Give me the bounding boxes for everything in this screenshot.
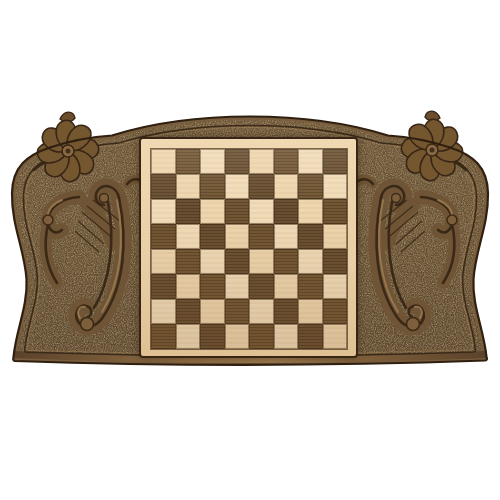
right-rosette-carving	[401, 111, 462, 181]
square-g1[interactable]	[298, 324, 323, 349]
square-b6[interactable]	[176, 199, 201, 224]
left-rosette-carving	[37, 112, 98, 182]
square-a2[interactable]	[151, 299, 176, 324]
square-e7[interactable]	[249, 174, 274, 199]
square-a7[interactable]	[151, 174, 176, 199]
square-g4[interactable]	[298, 249, 323, 274]
square-h2[interactable]	[323, 299, 348, 324]
square-b8[interactable]	[176, 149, 201, 174]
square-f7[interactable]	[274, 174, 299, 199]
square-e3[interactable]	[249, 274, 274, 299]
square-c2[interactable]	[200, 299, 225, 324]
square-c7[interactable]	[200, 174, 225, 199]
square-c8[interactable]	[200, 149, 225, 174]
square-d1[interactable]	[225, 324, 250, 349]
square-h1[interactable]	[323, 324, 348, 349]
square-a5[interactable]	[151, 224, 176, 249]
square-d5[interactable]	[225, 224, 250, 249]
square-e5[interactable]	[249, 224, 274, 249]
square-h6[interactable]	[323, 199, 348, 224]
square-c1[interactable]	[200, 324, 225, 349]
square-a1[interactable]	[151, 324, 176, 349]
square-b4[interactable]	[176, 249, 201, 274]
square-a3[interactable]	[151, 274, 176, 299]
square-g3[interactable]	[298, 274, 323, 299]
square-f5[interactable]	[274, 224, 299, 249]
square-e2[interactable]	[249, 299, 274, 324]
square-f8[interactable]	[274, 149, 299, 174]
square-e1[interactable]	[249, 324, 274, 349]
square-g8[interactable]	[298, 149, 323, 174]
square-d6[interactable]	[225, 199, 250, 224]
square-c6[interactable]	[200, 199, 225, 224]
square-h5[interactable]	[323, 224, 348, 249]
square-h3[interactable]	[323, 274, 348, 299]
chess-board-frame	[141, 139, 356, 356]
square-h4[interactable]	[323, 249, 348, 274]
square-g6[interactable]	[298, 199, 323, 224]
square-d2[interactable]	[225, 299, 250, 324]
square-f1[interactable]	[274, 324, 299, 349]
square-d8[interactable]	[225, 149, 250, 174]
square-a4[interactable]	[151, 249, 176, 274]
square-e4[interactable]	[249, 249, 274, 274]
square-f4[interactable]	[274, 249, 299, 274]
square-b3[interactable]	[176, 274, 201, 299]
chess-board-grid	[151, 149, 347, 349]
square-a8[interactable]	[151, 149, 176, 174]
square-g5[interactable]	[298, 224, 323, 249]
square-f3[interactable]	[274, 274, 299, 299]
square-e6[interactable]	[249, 199, 274, 224]
square-h7[interactable]	[323, 174, 348, 199]
square-a6[interactable]	[151, 199, 176, 224]
square-b5[interactable]	[176, 224, 201, 249]
square-d7[interactable]	[225, 174, 250, 199]
square-f6[interactable]	[274, 199, 299, 224]
square-d4[interactable]	[225, 249, 250, 274]
square-c4[interactable]	[200, 249, 225, 274]
screenshot-root	[0, 0, 500, 500]
square-d3[interactable]	[225, 274, 250, 299]
square-g2[interactable]	[298, 299, 323, 324]
square-c3[interactable]	[200, 274, 225, 299]
square-h8[interactable]	[323, 149, 348, 174]
square-b1[interactable]	[176, 324, 201, 349]
square-g7[interactable]	[298, 174, 323, 199]
square-f2[interactable]	[274, 299, 299, 324]
square-b2[interactable]	[176, 299, 201, 324]
square-c5[interactable]	[200, 224, 225, 249]
square-b7[interactable]	[176, 174, 201, 199]
square-e8[interactable]	[249, 149, 274, 174]
